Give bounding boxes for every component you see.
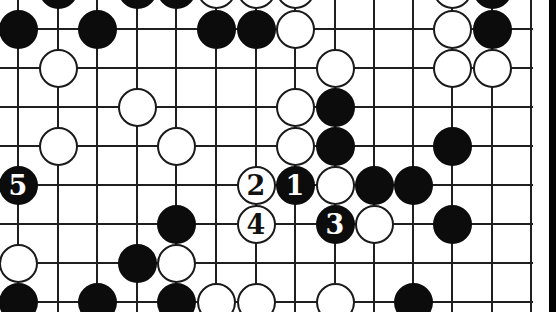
move-number-label: 1 [286,172,305,199]
black-stone [473,0,512,9]
move-number-label: 2 [247,172,266,199]
white-stone-move-4: 4 [237,205,276,244]
black-stone [433,127,472,166]
black-stone [118,244,157,283]
white-stone [237,283,276,312]
black-stone [0,10,38,49]
black-stone [118,0,157,9]
black-stone [433,205,472,244]
white-stone [276,10,315,49]
black-stone [157,0,196,9]
white-stone [355,205,394,244]
black-stone [237,10,276,49]
white-stone [0,244,38,283]
black-stone [39,0,78,9]
black-stone-move-5: 5 [0,166,38,205]
black-stone [316,127,355,166]
black-stone [0,283,38,312]
grid-line-horizontal [0,106,533,108]
move-number-label: 5 [9,172,28,199]
white-stone [237,0,276,9]
white-stone [433,49,472,88]
white-stone [316,49,355,88]
black-stone [157,205,196,244]
black-stone-move-1: 1 [276,166,315,205]
white-stone [276,88,315,127]
black-stone [473,10,512,49]
white-stone [433,0,472,9]
white-stone [157,244,196,283]
move-number-label: 3 [326,211,345,238]
black-stone [157,283,196,312]
black-stone [316,88,355,127]
black-stone [197,10,236,49]
diagram-right-border [549,0,556,312]
white-stone-move-2: 2 [237,166,276,205]
black-stone [355,166,394,205]
white-stone [39,49,78,88]
grid-line-horizontal [0,262,533,264]
black-stone-move-3: 3 [316,205,355,244]
white-stone [157,127,196,166]
grid-line-vertical [373,0,375,312]
black-stone [394,283,433,312]
white-stone [316,283,355,312]
black-stone [394,166,433,205]
white-stone [276,0,315,9]
go-board-diagram: 52143 [0,0,556,312]
white-stone [433,10,472,49]
white-stone [473,49,512,88]
white-stone [197,0,236,9]
white-stone [39,127,78,166]
grid-line-vertical [412,0,414,312]
move-number-label: 4 [247,211,266,238]
white-stone [316,166,355,205]
black-stone [78,10,117,49]
grid-line-vertical [530,0,532,312]
black-stone [78,283,117,312]
white-stone [197,283,236,312]
white-stone [276,127,315,166]
white-stone [118,88,157,127]
